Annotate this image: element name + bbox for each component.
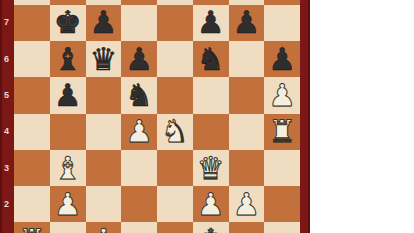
square-f2[interactable]: ♟ xyxy=(193,186,229,222)
square-h7[interactable] xyxy=(264,5,300,41)
square-a5[interactable] xyxy=(14,77,50,113)
square-e5[interactable] xyxy=(157,77,193,113)
square-b5[interactable]: ♟ xyxy=(50,77,86,113)
white-bishop: ♝ xyxy=(89,225,117,233)
black-rook: ♜ xyxy=(125,0,153,2)
square-d6[interactable]: ♟ xyxy=(121,41,157,77)
black-pawn: ♟ xyxy=(125,44,153,75)
square-g7[interactable]: ♟ xyxy=(229,5,265,41)
square-d4[interactable]: ♟ xyxy=(121,114,157,150)
rank-label-6: 6 xyxy=(0,55,13,64)
black-king: ♚ xyxy=(54,7,82,38)
rank-label-3: 3 xyxy=(0,164,13,173)
chess-board-frame: ♜♜♚♟♟♟♝♛♟♞♟♟♞♟♟♞♜♝♛♟♟♟♜♝♚ 765432 xyxy=(0,0,310,233)
square-a4[interactable] xyxy=(14,114,50,150)
rank-label-2: 2 xyxy=(0,200,13,209)
black-pawn: ♟ xyxy=(54,80,82,111)
square-h1[interactable] xyxy=(264,222,300,233)
square-b6[interactable]: ♝ xyxy=(50,41,86,77)
white-pawn: ♟ xyxy=(268,80,296,111)
square-d5[interactable]: ♞ xyxy=(121,77,157,113)
square-h6[interactable]: ♟ xyxy=(264,41,300,77)
square-f1[interactable]: ♚ xyxy=(193,222,229,233)
white-bishop: ♝ xyxy=(54,153,82,184)
square-g5[interactable] xyxy=(229,77,265,113)
chess-board: ♜♜♚♟♟♟♝♛♟♞♟♟♞♟♟♞♜♝♛♟♟♟♜♝♚ xyxy=(14,0,300,233)
black-knight: ♞ xyxy=(125,80,153,111)
square-b2[interactable]: ♟ xyxy=(50,186,86,222)
white-rook: ♜ xyxy=(268,116,296,147)
square-a6[interactable] xyxy=(14,41,50,77)
square-g2[interactable]: ♟ xyxy=(229,186,265,222)
square-e6[interactable] xyxy=(157,41,193,77)
square-a3[interactable] xyxy=(14,150,50,186)
black-knight: ♞ xyxy=(197,44,225,75)
square-f6[interactable]: ♞ xyxy=(193,41,229,77)
square-d3[interactable] xyxy=(121,150,157,186)
black-pawn: ♟ xyxy=(268,44,296,75)
white-pawn: ♟ xyxy=(125,116,153,147)
square-a2[interactable] xyxy=(14,186,50,222)
square-h2[interactable] xyxy=(264,186,300,222)
square-c2[interactable] xyxy=(86,186,122,222)
square-c7[interactable]: ♟ xyxy=(86,5,122,41)
square-g1[interactable] xyxy=(229,222,265,233)
square-c1[interactable]: ♝ xyxy=(86,222,122,233)
square-b4[interactable] xyxy=(50,114,86,150)
white-pawn: ♟ xyxy=(232,189,260,220)
rank-label-5: 5 xyxy=(0,91,13,100)
square-f3[interactable]: ♛ xyxy=(193,150,229,186)
white-knight: ♞ xyxy=(161,116,189,147)
page-background xyxy=(310,0,414,233)
square-c3[interactable] xyxy=(86,150,122,186)
square-b3[interactable]: ♝ xyxy=(50,150,86,186)
square-c5[interactable] xyxy=(86,77,122,113)
black-rook: ♜ xyxy=(161,0,189,2)
square-c4[interactable] xyxy=(86,114,122,150)
square-e7[interactable] xyxy=(157,5,193,41)
square-b7[interactable]: ♚ xyxy=(50,5,86,41)
rank-label-4: 4 xyxy=(0,127,13,136)
square-f5[interactable] xyxy=(193,77,229,113)
square-h5[interactable]: ♟ xyxy=(264,77,300,113)
black-bishop: ♝ xyxy=(54,44,82,75)
square-f4[interactable] xyxy=(193,114,229,150)
black-pawn: ♟ xyxy=(89,7,117,38)
white-pawn: ♟ xyxy=(197,189,225,220)
square-e3[interactable] xyxy=(157,150,193,186)
square-g6[interactable] xyxy=(229,41,265,77)
rank-label-7: 7 xyxy=(0,18,13,27)
black-queen: ♛ xyxy=(89,44,117,75)
square-e2[interactable] xyxy=(157,186,193,222)
square-c6[interactable]: ♛ xyxy=(86,41,122,77)
white-queen: ♛ xyxy=(197,153,225,184)
square-d2[interactable] xyxy=(121,186,157,222)
square-d1[interactable] xyxy=(121,222,157,233)
white-rook: ♜ xyxy=(18,225,46,233)
square-e4[interactable]: ♞ xyxy=(157,114,193,150)
square-a7[interactable] xyxy=(14,5,50,41)
square-g3[interactable] xyxy=(229,150,265,186)
square-g4[interactable] xyxy=(229,114,265,150)
square-h3[interactable] xyxy=(264,150,300,186)
square-e1[interactable] xyxy=(157,222,193,233)
square-b1[interactable] xyxy=(50,222,86,233)
black-pawn: ♟ xyxy=(197,7,225,38)
white-king: ♚ xyxy=(197,225,225,233)
black-pawn: ♟ xyxy=(232,7,260,38)
white-pawn: ♟ xyxy=(54,189,82,220)
square-h4[interactable]: ♜ xyxy=(264,114,300,150)
square-a1[interactable]: ♜ xyxy=(14,222,50,233)
square-f7[interactable]: ♟ xyxy=(193,5,229,41)
square-d7[interactable] xyxy=(121,5,157,41)
